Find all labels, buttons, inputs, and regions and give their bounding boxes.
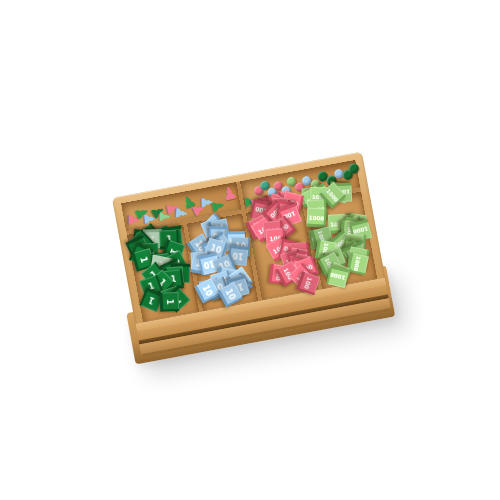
box-tray: ♟♟♟♟♟♟♟♟♟♟♟♟ ♟♟ 111111111111111111111111… <box>112 152 391 358</box>
stamp-tile-1: 1 <box>159 292 179 312</box>
product-photo-stage: ♟♟♟♟♟♟♟♟♟♟♟♟ ♟♟ 111111111111111111111111… <box>0 0 500 500</box>
thousands-compartment: 1000100010001000100010001000100010001000… <box>305 192 377 290</box>
stamp-game-box: ♟♟♟♟♟♟♟♟♟♟♟♟ ♟♟ 111111111111111111111111… <box>112 152 392 360</box>
stamp-tile-1000: 1000 <box>307 208 327 228</box>
units-compartment: 1111111111111111111111111111 <box>127 225 199 323</box>
